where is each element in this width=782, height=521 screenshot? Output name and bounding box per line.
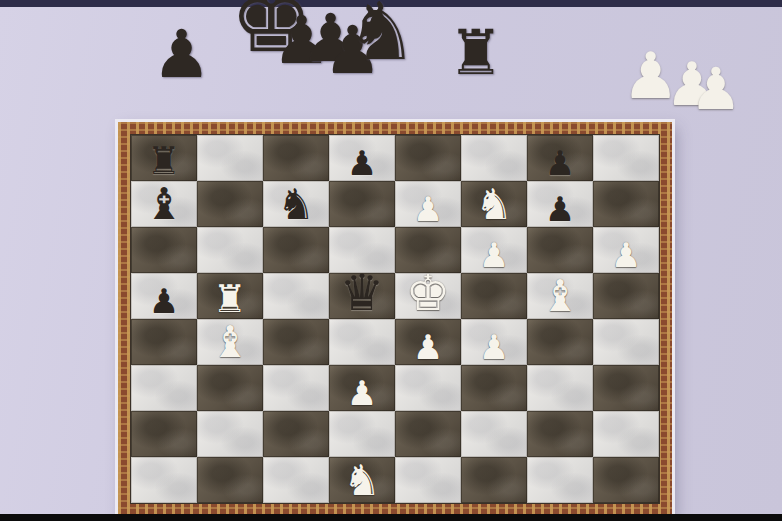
- square-g3[interactable]: [527, 365, 593, 411]
- square-h5[interactable]: [593, 273, 659, 319]
- square-h8[interactable]: [593, 135, 659, 181]
- black-pawn-d8[interactable]: ♟: [347, 146, 377, 180]
- square-b3[interactable]: [197, 365, 263, 411]
- square-c7[interactable]: ♞: [263, 181, 329, 227]
- black-pawn-a5[interactable]: ♟: [149, 284, 179, 318]
- square-b2[interactable]: [197, 411, 263, 457]
- square-c2[interactable]: [263, 411, 329, 457]
- black-knight-c7[interactable]: ♞: [277, 184, 315, 226]
- square-h2[interactable]: [593, 411, 659, 457]
- square-h6[interactable]: ♟: [593, 227, 659, 273]
- white-pawn-e7[interactable]: ♟: [413, 192, 443, 226]
- square-e2[interactable]: [395, 411, 461, 457]
- captured-black-rook-7[interactable]: ♜: [448, 22, 504, 84]
- black-bishop-a7[interactable]: ♝: [144, 182, 183, 226]
- square-b7[interactable]: [197, 181, 263, 227]
- square-a5[interactable]: ♟: [131, 273, 197, 319]
- square-g6[interactable]: [527, 227, 593, 273]
- square-a2[interactable]: [131, 411, 197, 457]
- square-f1[interactable]: [461, 457, 527, 503]
- captured-black-knight-6[interactable]: ♞: [346, 0, 418, 72]
- white-bishop-b4[interactable]: ♝: [210, 320, 249, 364]
- square-e3[interactable]: [395, 365, 461, 411]
- square-a1[interactable]: [131, 457, 197, 503]
- square-a6[interactable]: [131, 227, 197, 273]
- white-pawn-f4[interactable]: ♟: [479, 330, 509, 364]
- square-d3[interactable]: ♟: [329, 365, 395, 411]
- square-e5[interactable]: ♚: [395, 273, 461, 319]
- square-g4[interactable]: [527, 319, 593, 365]
- square-c4[interactable]: [263, 319, 329, 365]
- square-f2[interactable]: [461, 411, 527, 457]
- square-b8[interactable]: [197, 135, 263, 181]
- white-pawn-h6[interactable]: ♟: [611, 238, 641, 272]
- square-c3[interactable]: [263, 365, 329, 411]
- square-g8[interactable]: ♟: [527, 135, 593, 181]
- square-d7[interactable]: [329, 181, 395, 227]
- square-c1[interactable]: [263, 457, 329, 503]
- square-b4[interactable]: ♝: [197, 319, 263, 365]
- white-pawn-e4[interactable]: ♟: [413, 330, 443, 364]
- square-h3[interactable]: [593, 365, 659, 411]
- white-knight-d1[interactable]: ♞: [343, 460, 381, 502]
- white-knight-f7[interactable]: ♞: [475, 184, 513, 226]
- square-e7[interactable]: ♟: [395, 181, 461, 227]
- black-rook-a8[interactable]: ♜: [147, 142, 181, 180]
- square-h7[interactable]: [593, 181, 659, 227]
- square-e8[interactable]: [395, 135, 461, 181]
- square-b6[interactable]: [197, 227, 263, 273]
- bottom-edge-strip: [0, 514, 782, 521]
- square-b1[interactable]: [197, 457, 263, 503]
- black-pawn-g7[interactable]: ♟: [545, 192, 575, 226]
- black-pawn-g8[interactable]: ♟: [545, 146, 575, 180]
- white-pawn-d3[interactable]: ♟: [347, 376, 377, 410]
- square-f7[interactable]: ♞: [461, 181, 527, 227]
- square-g5[interactable]: ♝: [527, 273, 593, 319]
- square-a3[interactable]: [131, 365, 197, 411]
- white-rook-b5[interactable]: ♜: [213, 280, 247, 318]
- board-frame: ♜♟♟♝♞♟♞♟♟♟♟♜♛♚♝♝♟♟♟♞: [118, 122, 672, 516]
- chess-board: ♜♟♟♝♞♟♞♟♟♟♟♜♛♚♝♝♟♟♟♞: [131, 135, 659, 503]
- square-f6[interactable]: ♟: [461, 227, 527, 273]
- square-c6[interactable]: [263, 227, 329, 273]
- square-d8[interactable]: ♟: [329, 135, 395, 181]
- square-d4[interactable]: [329, 319, 395, 365]
- square-g1[interactable]: [527, 457, 593, 503]
- square-a8[interactable]: ♜: [131, 135, 197, 181]
- square-f5[interactable]: [461, 273, 527, 319]
- square-c8[interactable]: [263, 135, 329, 181]
- square-e4[interactable]: ♟: [395, 319, 461, 365]
- square-b5[interactable]: ♜: [197, 273, 263, 319]
- square-g7[interactable]: ♟: [527, 181, 593, 227]
- square-d2[interactable]: [329, 411, 395, 457]
- black-queen-d5[interactable]: ♛: [340, 268, 385, 318]
- white-bishop-g5[interactable]: ♝: [540, 274, 579, 318]
- square-d5[interactable]: ♛: [329, 273, 395, 319]
- white-king-e5[interactable]: ♚: [406, 268, 451, 318]
- square-e1[interactable]: [395, 457, 461, 503]
- captured-black-pawn-1[interactable]: ♟: [152, 22, 211, 88]
- white-pawn-f6[interactable]: ♟: [479, 238, 509, 272]
- square-f4[interactable]: ♟: [461, 319, 527, 365]
- square-a4[interactable]: [131, 319, 197, 365]
- square-h4[interactable]: [593, 319, 659, 365]
- square-g2[interactable]: [527, 411, 593, 457]
- square-d1[interactable]: ♞: [329, 457, 395, 503]
- square-h1[interactable]: [593, 457, 659, 503]
- captured-white-pawn-3[interactable]: ♟: [690, 60, 742, 118]
- square-f8[interactable]: [461, 135, 527, 181]
- square-c5[interactable]: [263, 273, 329, 319]
- square-f3[interactable]: [461, 365, 527, 411]
- chess-photo-scene: ♜♟♟♝♞♟♞♟♟♟♟♜♛♚♝♝♟♟♟♞ ♟♚♟♟♟♞♜♟♟♟: [0, 0, 782, 521]
- square-a7[interactable]: ♝: [131, 181, 197, 227]
